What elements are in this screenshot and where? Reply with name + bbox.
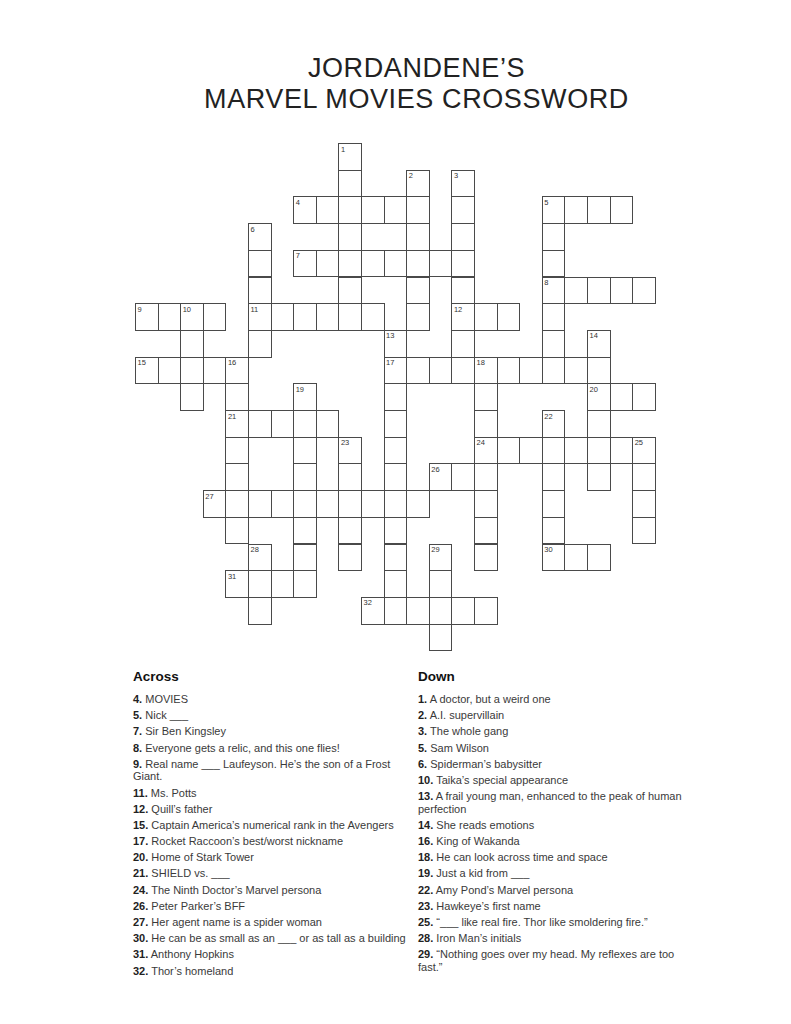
clue-number: 5. [418,742,427,754]
cell-number: 24 [477,438,485,447]
clue-number: 14. [418,819,433,831]
clue-item: 19. Just a kid from ___ [418,867,697,880]
grid-cell[interactable] [406,597,430,625]
grid-cell[interactable] [271,410,295,438]
cell-number: 8 [544,278,548,287]
cell-number: 26 [431,465,439,474]
cell-number: 9 [138,305,142,314]
down-clue-list: 1. A doctor, but a weird one2. A.I. supe… [418,693,697,974]
grid-cell[interactable] [248,410,272,438]
grid-cell[interactable] [406,357,430,385]
grid-cell[interactable] [542,303,566,331]
clue-item: 1. A doctor, but a weird one [418,693,697,706]
cell-number: 28 [251,545,259,554]
grid-cell[interactable] [158,303,182,331]
clue-text: Thor’s homeland [151,965,233,977]
cell-number: 25 [635,438,643,447]
grid-cell[interactable] [384,196,408,224]
clue-item: 15. Captain America’s numerical rank in … [133,819,412,832]
grid-cell[interactable] [248,330,272,358]
grid-cell[interactable]: 27 [203,490,227,518]
grid-cell[interactable] [361,303,385,331]
down-clues-section: Down 1. A doctor, but a weird one2. A.I.… [418,669,697,977]
grid-cell[interactable] [248,490,272,518]
grid-cell[interactable]: 15 [135,357,159,385]
down-header: Down [418,669,697,684]
cell-number: 10 [183,305,191,314]
grid-cell[interactable] [225,383,249,411]
grid-cell[interactable] [406,490,430,518]
grid-cell[interactable] [316,196,340,224]
grid-cell[interactable] [451,330,475,358]
grid-cell[interactable] [338,196,362,224]
grid-cell[interactable] [384,250,408,278]
cell-number: 11 [251,305,259,314]
grid-cell[interactable] [451,357,475,385]
grid-cell[interactable] [338,223,362,251]
clue-item: 11. Ms. Potts [133,787,412,800]
grid-cell[interactable]: 8 [542,277,566,305]
grid-cell[interactable] [474,597,498,625]
grid-cell[interactable] [225,437,249,465]
grid-cell[interactable] [271,303,295,331]
grid-cell[interactable] [384,544,408,572]
clue-text: Just a kid from ___ [436,867,529,879]
grid-cell[interactable] [406,196,430,224]
grid-cell[interactable] [248,597,272,625]
clue-text: Everyone gets a relic, and this one flie… [145,742,339,754]
grid-cell[interactable]: 10 [180,303,204,331]
grid-cell[interactable] [293,437,317,465]
grid-cell[interactable] [542,223,566,251]
grid-cell[interactable]: 28 [248,544,272,572]
grid-cell[interactable] [564,437,588,465]
grid-cell[interactable] [271,570,295,598]
clue-number: 13. [418,790,433,802]
grid-cell[interactable] [384,490,408,518]
grid-cell[interactable]: 17 [384,357,408,385]
grid-cell[interactable]: 18 [474,357,498,385]
clue-item: 6. Spiderman’s babysitter [418,758,697,771]
clue-text: Nick ___ [145,709,188,721]
grid-cell[interactable]: 11 [248,303,272,331]
cell-number: 5 [544,198,548,207]
clue-number: 23. [418,900,433,912]
grid-cell[interactable] [406,250,430,278]
grid-cell[interactable] [338,170,362,198]
grid-cell[interactable]: 6 [248,223,272,251]
grid-cell[interactable] [474,517,498,545]
grid-cell[interactable]: 21 [225,410,249,438]
clue-text: King of Wakanda [436,835,519,847]
clue-item: 9. Real name ___ Laufeyson. He’s the son… [133,758,412,783]
clue-number: 6. [418,758,427,770]
grid-cell[interactable] [338,544,362,572]
clue-number: 5. [133,709,142,721]
cell-number: 14 [590,331,598,340]
grid-cell[interactable] [338,517,362,545]
grid-cell[interactable] [474,490,498,518]
cell-number: 32 [364,598,372,607]
clue-number: 31. [133,948,148,960]
grid-cell[interactable] [338,277,362,305]
clue-text: Captain America’s numerical rank in the … [151,819,393,831]
grid-cell[interactable]: 20 [587,383,611,411]
clue-item: 14. She reads emotions [418,819,697,832]
grid-cell[interactable] [384,517,408,545]
grid-cell[interactable]: 31 [225,570,249,598]
cell-number: 1 [341,145,345,154]
clue-number: 20. [133,851,148,863]
clue-text: Home of Stark Tower [151,851,254,863]
clue-number: 12. [133,803,148,815]
grid-cell[interactable] [225,490,249,518]
grid-cell[interactable] [564,277,588,305]
cell-number: 29 [431,545,439,554]
grid-cell[interactable] [429,624,453,652]
grid-cell[interactable] [542,357,566,385]
cell-number: 23 [341,438,349,447]
grid-cell[interactable] [542,250,566,278]
grid-cell[interactable]: 32 [361,597,385,625]
clue-number: 15. [133,819,148,831]
clue-item: 25. “___ like real fire. Thor like smold… [418,916,697,929]
cell-number: 7 [296,251,300,260]
clue-number: 18. [418,851,433,863]
clue-text: Rocket Raccoon’s best/worst nickname [151,835,343,847]
grid-cell[interactable] [248,570,272,598]
grid-cell[interactable] [587,463,611,491]
clue-item: 8. Everyone gets a relic, and this one f… [133,742,412,755]
grid-cell[interactable] [474,383,498,411]
cell-number: 31 [228,572,236,581]
clue-number: 26. [133,900,148,912]
clue-text: MOVIES [145,693,188,705]
grid-cell[interactable] [203,303,227,331]
cell-number: 20 [590,385,598,394]
cell-number: 6 [251,225,255,234]
clue-text: “Nothing goes over my head. My reflexes … [418,948,674,973]
grid-cell[interactable] [632,517,656,545]
clue-item: 31. Anthony Hopkins [133,948,412,961]
grid-cell[interactable]: 24 [474,437,498,465]
grid-cell[interactable] [542,517,566,545]
grid-cell[interactable] [632,490,656,518]
grid-cell[interactable] [632,463,656,491]
clue-item: 2. A.I. supervillain [418,709,697,722]
grid-cell[interactable] [497,437,521,465]
clue-number: 27. [133,916,148,928]
clue-number: 16. [418,835,433,847]
clue-item: 28. Iron Man’s initials [418,932,697,945]
grid-cell[interactable] [519,437,543,465]
grid-cell[interactable] [542,490,566,518]
clue-text: She reads emotions [436,819,534,831]
clue-item: 17. Rocket Raccoon’s best/worst nickname [133,835,412,848]
cell-number: 17 [386,358,394,367]
clue-text: Quill’s father [151,803,212,815]
grid-cell[interactable] [338,303,362,331]
grid-cell[interactable] [519,357,543,385]
clue-number: 2. [418,709,427,721]
clue-text: “___ like real fire. Thor like smolderin… [436,916,647,928]
grid-cell[interactable] [293,544,317,572]
clue-text: Anthony Hopkins [151,948,234,960]
clue-item: 24. The Ninth Doctor’s Marvel persona [133,884,412,897]
grid-cell[interactable]: 25 [632,437,656,465]
grid-cell[interactable] [587,357,611,385]
crossword-page: { "game": "crossword", "title": { "line1… [0,0,791,1024]
grid-cell[interactable] [429,597,453,625]
grid-cell[interactable]: 5 [542,196,566,224]
clue-number: 3. [418,725,427,737]
clue-item: 12. Quill’s father [133,803,412,816]
grid-cell[interactable] [497,303,521,331]
grid-cell[interactable] [451,223,475,251]
clue-item: 20. Home of Stark Tower [133,851,412,864]
cell-number: 15 [138,358,146,367]
clue-text: Sir Ben Kingsley [145,725,226,737]
clue-text: Her agent name is a spider woman [151,916,322,928]
grid-cell[interactable] [429,250,453,278]
grid-cell[interactable]: 4 [293,196,317,224]
cell-number: 27 [205,492,213,501]
grid-cell[interactable] [158,357,182,385]
clue-number: 30. [133,932,148,944]
clue-item: 16. King of Wakanda [418,835,697,848]
grid-cell[interactable] [180,357,204,385]
grid-cell[interactable] [474,544,498,572]
grid-cell[interactable] [180,330,204,358]
cell-number: 2 [409,171,413,180]
clue-text: Ms. Potts [151,787,197,799]
grid-cell[interactable] [248,250,272,278]
clue-number: 7. [133,725,142,737]
grid-cell[interactable] [610,383,634,411]
grid-cell[interactable] [451,597,475,625]
grid-cell[interactable]: 29 [429,544,453,572]
grid-cell[interactable]: 7 [293,250,317,278]
clue-text: The whole gang [430,725,508,737]
clue-text: A doctor, but a weird one [430,693,551,705]
grid-cell[interactable] [497,357,521,385]
grid-cell[interactable] [384,597,408,625]
grid-cell[interactable] [180,383,204,411]
clue-text: The Ninth Doctor’s Marvel persona [151,884,321,896]
grid-cell[interactable]: 2 [406,170,430,198]
grid-cell[interactable] [474,303,498,331]
clue-number: 1. [418,693,427,705]
grid-cell[interactable] [451,196,475,224]
cell-number: 16 [228,358,236,367]
clue-text: He can be as small as an ___ or as tall … [151,932,405,944]
clue-number: 25. [418,916,433,928]
clue-number: 28. [418,932,433,944]
grid-cell[interactable] [632,277,656,305]
grid-cell[interactable] [429,357,453,385]
grid-cell[interactable] [474,463,498,491]
grid-cell[interactable] [203,357,227,385]
grid-cell[interactable]: 14 [587,330,611,358]
grid-cell[interactable] [542,463,566,491]
grid-cell[interactable] [271,490,295,518]
across-clues-section: Across 4. MOVIES5. Nick ___7. Sir Ben Ki… [133,669,412,981]
clue-item: 32. Thor’s homeland [133,965,412,978]
grid-cell[interactable] [293,410,317,438]
clue-text: Iron Man’s initials [436,932,521,944]
grid-cell[interactable] [610,196,634,224]
grid-cell[interactable] [587,196,611,224]
grid-cell[interactable] [361,250,385,278]
cell-number: 13 [386,331,394,340]
clue-item: 18. He can look across time and space [418,851,697,864]
grid-cell[interactable]: 23 [338,437,362,465]
grid-cell[interactable] [587,544,611,572]
cell-number: 22 [544,412,552,421]
grid-cell[interactable] [587,410,611,438]
grid-cell[interactable] [338,490,362,518]
cell-number: 19 [296,385,304,394]
grid-cell[interactable] [451,250,475,278]
clue-number: 29. [418,948,433,960]
page-title-line1: JORDANDENE’S [42,53,791,84]
clue-number: 8. [133,742,142,754]
grid-cell[interactable] [384,410,408,438]
grid-cell[interactable] [451,277,475,305]
cell-number: 3 [454,171,458,180]
clue-number: 9. [133,758,142,770]
grid-cell[interactable] [406,277,430,305]
grid-cell[interactable] [384,570,408,598]
clue-item: 7. Sir Ben Kingsley [133,725,412,738]
clue-text: Amy Pond’s Marvel persona [436,884,573,896]
grid-cell[interactable] [632,383,656,411]
clue-text: Spiderman’s babysitter [430,758,542,770]
cell-number: 21 [228,412,236,421]
across-clue-list: 4. MOVIES5. Nick ___7. Sir Ben Kingsley8… [133,693,412,977]
clue-item: 4. MOVIES [133,693,412,706]
grid-cell[interactable] [225,517,249,545]
clue-number: 11. [133,787,148,799]
clue-text: He can look across time and space [436,851,607,863]
grid-cell[interactable] [429,570,453,598]
grid-cell[interactable] [451,463,475,491]
grid-cell[interactable] [225,463,249,491]
across-header: Across [133,669,412,684]
clue-item: 22. Amy Pond’s Marvel persona [418,884,697,897]
clue-number: 22. [418,884,433,896]
grid-cell[interactable] [587,277,611,305]
grid-cell[interactable] [361,490,385,518]
clue-item: 29. “Nothing goes over my head. My refle… [418,948,697,973]
grid-cell[interactable] [406,303,430,331]
cell-number: 4 [296,198,300,207]
grid-cell[interactable] [474,410,498,438]
grid-cell[interactable] [338,250,362,278]
clue-item: 13. A frail young man, enhanced to the p… [418,790,697,815]
grid-cell[interactable]: 3 [451,170,475,198]
clue-number: 32. [133,965,148,977]
grid-cell[interactable] [293,303,317,331]
clue-number: 21. [133,867,148,879]
clue-number: 19. [418,867,433,879]
clue-item: 3. The whole gang [418,725,697,738]
clue-item: 30. He can be as small as an ___ or as t… [133,932,412,945]
grid-cell[interactable]: 30 [542,544,566,572]
clue-text: Hawkeye’s first name [436,900,540,912]
grid-cell[interactable]: 26 [429,463,453,491]
title-block: JORDANDENE’S MARVEL MOVIES CROSSWORD [0,53,791,115]
grid-cell[interactable] [564,357,588,385]
clue-number: 24. [133,884,148,896]
clue-item: 23. Hawkeye’s first name [418,900,697,913]
clue-item: 5. Nick ___ [133,709,412,722]
grid-cell[interactable] [316,490,340,518]
grid-cell[interactable] [542,330,566,358]
grid-cell[interactable]: 19 [293,383,317,411]
clue-number: 4. [133,693,142,705]
grid-cell[interactable]: 9 [135,303,159,331]
grid-cell[interactable] [610,437,634,465]
clue-number: 17. [133,835,148,847]
cell-number: 12 [454,305,462,314]
clue-item: 5. Sam Wilson [418,742,697,755]
clue-text: SHIELD vs. ___ [151,867,229,879]
grid-cell[interactable] [384,383,408,411]
grid-cell[interactable]: 12 [451,303,475,331]
grid-cell[interactable] [542,437,566,465]
clue-item: 27. Her agent name is a spider woman [133,916,412,929]
grid-cell[interactable] [564,544,588,572]
clue-item: 26. Peter Parker’s BFF [133,900,412,913]
cell-number: 30 [544,545,552,554]
clue-text: A.I. supervillain [430,709,505,721]
clue-number: 10. [418,774,433,786]
grid-cell[interactable] [610,277,634,305]
grid-cell[interactable] [361,196,385,224]
grid-cell[interactable] [316,410,340,438]
clue-text: Sam Wilson [430,742,489,754]
grid-cell[interactable] [564,196,588,224]
clue-text: Taika’s special appearance [436,774,568,786]
grid-cell[interactable] [248,277,272,305]
grid-cell[interactable]: 1 [338,143,362,171]
page-title-line2: MARVEL MOVIES CROSSWORD [42,84,791,115]
clue-text: Peter Parker’s BFF [151,900,245,912]
clue-text: Real name ___ Laufeyson. He’s the son of… [133,758,390,783]
grid-cell[interactable] [384,463,408,491]
grid-cell[interactable] [316,250,340,278]
grid-cell[interactable] [406,223,430,251]
grid-cell[interactable] [587,437,611,465]
grid-cell[interactable] [384,437,408,465]
cell-number: 18 [477,358,485,367]
clue-text: A frail young man, enhanced to the peak … [418,790,682,815]
clue-item: 21. SHIELD vs. ___ [133,867,412,880]
grid-cell[interactable]: 16 [225,357,249,385]
grid-cell[interactable] [293,517,317,545]
grid-cell[interactable]: 13 [384,330,408,358]
grid-cell[interactable] [293,570,317,598]
grid-cell[interactable] [293,490,317,518]
grid-cell[interactable]: 22 [542,410,566,438]
grid-cell[interactable] [293,463,317,491]
grid-cell[interactable] [316,303,340,331]
grid-cell[interactable] [338,463,362,491]
clue-item: 10. Taika’s special appearance [418,774,697,787]
